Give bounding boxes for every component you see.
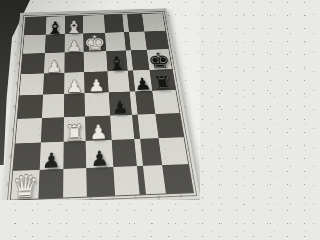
- white-pawn: ♟: [66, 80, 83, 95]
- black-pawn: ♟: [90, 150, 109, 169]
- white-pawn: ♟: [66, 40, 82, 53]
- chess-board: 87654321 87654321 abcdefgh ♝♝♟♚♟♝♚♟♟♟♜♟♜…: [2, 8, 200, 200]
- square-b4[interactable]: [42, 94, 64, 118]
- square-a1[interactable]: ♛: [11, 169, 40, 199]
- black-pawn: ♟: [111, 100, 129, 117]
- square-a8[interactable]: [24, 17, 46, 35]
- white-pawn: ♟: [88, 79, 105, 94]
- square-a6[interactable]: [21, 53, 44, 74]
- square-b2[interactable]: ♟: [39, 142, 63, 170]
- square-a7[interactable]: [23, 34, 46, 53]
- white-bishop: ♝: [64, 19, 83, 35]
- square-b3[interactable]: [41, 117, 64, 143]
- square-c8[interactable]: ♝: [64, 16, 83, 34]
- file-label: b: [33, 197, 56, 200]
- square-a3[interactable]: [15, 118, 41, 144]
- black-bishop: ♝: [106, 54, 127, 72]
- white-pawn: ♟: [89, 124, 108, 142]
- chessboard-photo: 87654321 87654321 abcdefgh ♝♝♟♚♟♝♚♟♟♟♜♟♜…: [0, 0, 200, 200]
- square-e6[interactable]: ♝: [106, 50, 127, 71]
- file-label: e: [101, 194, 124, 200]
- white-king: ♚: [84, 34, 107, 53]
- file-label: f: [124, 193, 147, 200]
- square-e1[interactable]: [113, 166, 139, 196]
- square-d5[interactable]: ♟: [84, 71, 108, 93]
- square-e4[interactable]: ♟: [109, 92, 132, 116]
- square-a5[interactable]: [19, 73, 43, 95]
- square-e2[interactable]: [112, 139, 137, 167]
- square-d7[interactable]: ♚: [83, 32, 106, 51]
- white-queen: ♛: [11, 173, 40, 200]
- white-pawn: ♟: [46, 60, 63, 74]
- square-a4[interactable]: [18, 95, 43, 119]
- black-pawn: ♟: [134, 77, 152, 92]
- black-bishop: ♝: [45, 20, 64, 36]
- square-c5[interactable]: ♟: [64, 72, 85, 94]
- file-label: d: [79, 195, 102, 200]
- file-label: g: [147, 192, 171, 200]
- square-c3[interactable]: ♜: [63, 116, 86, 142]
- black-rook: ♜: [152, 75, 173, 92]
- file-label: a: [9, 198, 33, 200]
- square-e7[interactable]: [105, 32, 126, 51]
- file-label: h: [169, 191, 193, 200]
- square-a2[interactable]: [13, 143, 40, 171]
- black-pawn: ♟: [42, 152, 61, 171]
- file-label: c: [56, 196, 79, 200]
- square-d3[interactable]: ♟: [85, 115, 111, 141]
- square-b8[interactable]: ♝: [45, 16, 64, 34]
- white-rook: ♜: [64, 123, 84, 143]
- square-e8[interactable]: [104, 14, 124, 32]
- square-b6[interactable]: ♟: [44, 52, 65, 73]
- square-c1[interactable]: [63, 168, 88, 198]
